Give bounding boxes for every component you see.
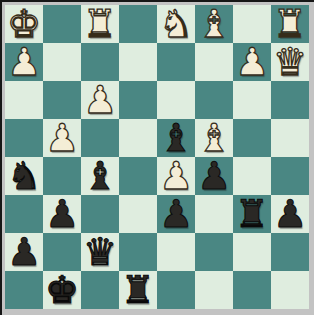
square-c2[interactable]: ♛ <box>81 233 119 271</box>
square-a8[interactable]: ♚ <box>5 5 43 43</box>
square-c8[interactable]: ♜ <box>81 5 119 43</box>
square-b4[interactable] <box>43 157 81 195</box>
square-d5[interactable] <box>119 119 157 157</box>
square-h3[interactable]: ♟ <box>271 195 309 233</box>
square-e2[interactable] <box>157 233 195 271</box>
square-g6[interactable] <box>233 81 271 119</box>
square-a4[interactable]: ♞ <box>5 157 43 195</box>
square-g1[interactable] <box>233 271 271 309</box>
square-c4[interactable]: ♝ <box>81 157 119 195</box>
black-pawn-b3[interactable]: ♟ <box>45 195 79 233</box>
square-e1[interactable] <box>157 271 195 309</box>
square-b5[interactable]: ♟ <box>43 119 81 157</box>
square-a5[interactable] <box>5 119 43 157</box>
black-king-b1[interactable]: ♚ <box>45 271 79 309</box>
square-e7[interactable] <box>157 43 195 81</box>
square-f7[interactable] <box>195 43 233 81</box>
square-b6[interactable] <box>43 81 81 119</box>
square-a6[interactable] <box>5 81 43 119</box>
square-b7[interactable] <box>43 43 81 81</box>
square-h8[interactable]: ♜ <box>271 5 309 43</box>
square-g2[interactable] <box>233 233 271 271</box>
square-a1[interactable] <box>5 271 43 309</box>
black-knight-a4[interactable]: ♞ <box>7 157 41 195</box>
white-bishop-f5[interactable]: ♝ <box>197 119 231 157</box>
square-g7[interactable]: ♟ <box>233 43 271 81</box>
square-e3[interactable]: ♟ <box>157 195 195 233</box>
square-h6[interactable] <box>271 81 309 119</box>
black-rook-g3[interactable]: ♜ <box>235 195 269 233</box>
square-d1[interactable]: ♜ <box>119 271 157 309</box>
square-e5[interactable]: ♝ <box>157 119 195 157</box>
white-king-a8[interactable]: ♚ <box>7 5 41 43</box>
chess-board-frame: ♚♜♞♝♜♟♟♛♟♟♝♝♞♝♟♟♟♟♜♟♟♛♚♜ <box>0 0 314 315</box>
square-d7[interactable] <box>119 43 157 81</box>
white-pawn-g7[interactable]: ♟ <box>235 43 269 81</box>
chess-board: ♚♜♞♝♜♟♟♛♟♟♝♝♞♝♟♟♟♟♜♟♟♛♚♜ <box>5 5 309 309</box>
square-c6[interactable]: ♟ <box>81 81 119 119</box>
black-pawn-h3[interactable]: ♟ <box>273 195 307 233</box>
square-e4[interactable]: ♟ <box>157 157 195 195</box>
square-b2[interactable] <box>43 233 81 271</box>
square-b8[interactable] <box>43 5 81 43</box>
white-pawn-c6[interactable]: ♟ <box>83 81 117 119</box>
white-bishop-f8[interactable]: ♝ <box>197 5 231 43</box>
square-g3[interactable]: ♜ <box>233 195 271 233</box>
square-e6[interactable] <box>157 81 195 119</box>
square-d3[interactable] <box>119 195 157 233</box>
square-h1[interactable] <box>271 271 309 309</box>
white-pawn-a7[interactable]: ♟ <box>7 43 41 81</box>
square-f2[interactable] <box>195 233 233 271</box>
square-h2[interactable] <box>271 233 309 271</box>
square-f3[interactable] <box>195 195 233 233</box>
white-queen-h7[interactable]: ♛ <box>273 43 307 81</box>
black-bishop-e5[interactable]: ♝ <box>159 119 193 157</box>
square-a7[interactable]: ♟ <box>5 43 43 81</box>
square-g8[interactable] <box>233 5 271 43</box>
square-g5[interactable] <box>233 119 271 157</box>
square-a2[interactable]: ♟ <box>5 233 43 271</box>
square-a3[interactable] <box>5 195 43 233</box>
square-h4[interactable] <box>271 157 309 195</box>
square-f1[interactable] <box>195 271 233 309</box>
square-d6[interactable] <box>119 81 157 119</box>
square-d2[interactable] <box>119 233 157 271</box>
square-e8[interactable]: ♞ <box>157 5 195 43</box>
square-c7[interactable] <box>81 43 119 81</box>
square-b1[interactable]: ♚ <box>43 271 81 309</box>
white-pawn-e4[interactable]: ♟ <box>159 157 193 195</box>
square-d8[interactable] <box>119 5 157 43</box>
white-rook-c8[interactable]: ♜ <box>83 5 117 43</box>
square-f6[interactable] <box>195 81 233 119</box>
square-f8[interactable]: ♝ <box>195 5 233 43</box>
black-pawn-e3[interactable]: ♟ <box>159 195 193 233</box>
square-g4[interactable] <box>233 157 271 195</box>
square-c5[interactable] <box>81 119 119 157</box>
black-rook-d1[interactable]: ♜ <box>121 271 155 309</box>
black-pawn-f4[interactable]: ♟ <box>197 157 231 195</box>
black-pawn-a2[interactable]: ♟ <box>7 233 41 271</box>
square-f4[interactable]: ♟ <box>195 157 233 195</box>
black-bishop-c4[interactable]: ♝ <box>83 157 117 195</box>
square-d4[interactable] <box>119 157 157 195</box>
square-c3[interactable] <box>81 195 119 233</box>
square-b3[interactable]: ♟ <box>43 195 81 233</box>
square-c1[interactable] <box>81 271 119 309</box>
white-knight-e8[interactable]: ♞ <box>159 5 193 43</box>
square-f5[interactable]: ♝ <box>195 119 233 157</box>
black-queen-c2[interactable]: ♛ <box>83 233 117 271</box>
square-h7[interactable]: ♛ <box>271 43 309 81</box>
white-pawn-b5[interactable]: ♟ <box>45 119 79 157</box>
square-h5[interactable] <box>271 119 309 157</box>
white-rook-h8[interactable]: ♜ <box>273 5 307 43</box>
